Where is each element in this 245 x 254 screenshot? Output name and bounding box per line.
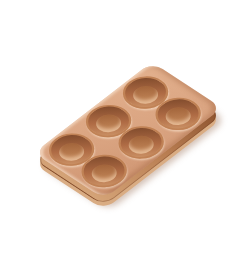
cup-floor — [161, 104, 196, 129]
cup-floor — [87, 161, 122, 186]
product-photo — [0, 0, 245, 254]
cup-floor — [128, 82, 163, 107]
cup-floor — [54, 139, 89, 164]
muffin-pan — [0, 0, 245, 254]
cup-floor — [124, 132, 159, 157]
cup-floor — [91, 111, 126, 136]
